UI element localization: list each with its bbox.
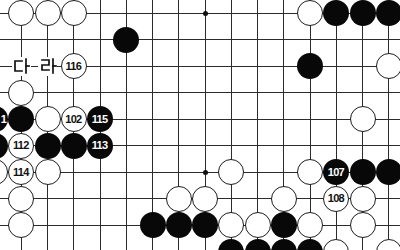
grid-line-horizontal [0,92,400,93]
white-stone [35,159,61,185]
white-stone-116: 116 [61,53,87,79]
black-stone-113: 113 [87,133,113,159]
black-stone [245,239,271,250]
move-number: 1 [1,114,8,125]
white-stone [245,212,271,238]
move-number: 108 [328,193,344,204]
white-stone [166,186,192,212]
white-stone [271,186,297,212]
black-stone [192,212,218,238]
go-board-diagram: 1161102115112113114107108 [0,0,400,250]
white-stone [192,186,218,212]
move-number: 113 [92,140,107,151]
black-stone [376,159,400,185]
white-stone [218,212,244,238]
black-stone-1: 1 [0,106,8,132]
white-stone [323,239,349,250]
grid-line-horizontal [0,39,400,40]
black-stone-115: 115 [87,106,113,132]
move-number: 114 [13,167,28,178]
black-stone [323,0,349,26]
white-stone [297,159,323,185]
black-stone [113,27,139,53]
white-stone [297,0,323,26]
white-stone [8,80,34,106]
black-stone [350,0,376,26]
white-stone [350,212,376,238]
point-label [38,57,57,76]
star-point [203,170,208,175]
move-number: 112 [13,140,28,151]
grid-line-vertical [336,0,337,250]
black-stone [140,212,166,238]
white-stone-114: 114 [8,159,34,185]
white-stone [350,186,376,212]
star-point [203,11,208,16]
black-stone [271,239,297,250]
black-stone [218,239,244,250]
white-stone [376,53,400,79]
move-number: 115 [92,114,107,125]
white-stone-102: 102 [61,106,87,132]
white-stone [350,106,376,132]
white-stone [218,159,244,185]
black-stone [0,133,8,159]
white-stone [8,186,34,212]
white-stone [35,0,61,26]
black-stone [271,212,297,238]
black-stone [297,53,323,79]
white-stone [61,0,87,26]
black-stone [166,212,192,238]
black-stone [8,106,34,132]
black-stone-107: 107 [323,159,349,185]
move-number: 116 [66,61,81,72]
black-stone [35,133,61,159]
hangul-label-glyph [39,58,57,74]
black-stone [350,159,376,185]
point-label [12,57,31,76]
white-stone [35,106,61,132]
move-number: 107 [328,167,344,178]
move-number: 102 [65,114,81,125]
white-stone [8,0,34,26]
black-stone [297,239,323,250]
white-stone-108: 108 [323,186,349,212]
white-stone-112: 112 [8,133,34,159]
white-stone [0,159,8,185]
black-stone [376,0,400,26]
white-stone [376,239,400,250]
white-stone [8,212,34,238]
grid-line-vertical [388,0,389,250]
hangul-label-glyph [12,58,30,74]
white-stone [297,212,323,238]
black-stone [61,133,87,159]
